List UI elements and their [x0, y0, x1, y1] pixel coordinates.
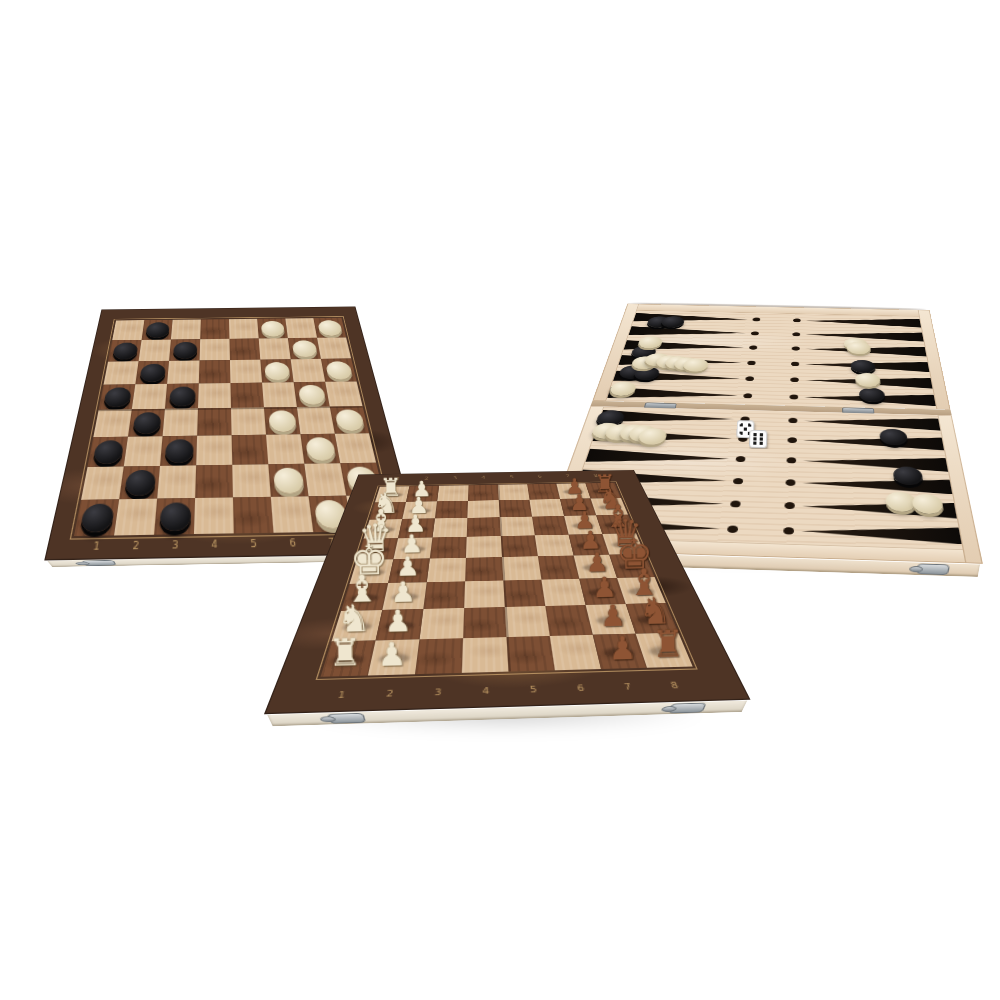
checkers-square: [232, 435, 269, 465]
checkers-square: [195, 465, 233, 498]
chess-piece-brown-pawn: ♟: [608, 632, 637, 665]
coord-label: 6: [577, 684, 585, 693]
chess-square: [527, 484, 560, 500]
checkers-square: [112, 320, 144, 340]
backgammon-point-dot: [789, 394, 798, 399]
backgammon-point-dot: [735, 456, 745, 462]
checker-cream: [325, 361, 353, 379]
chess-piece-white-pawn: ♟: [390, 578, 416, 607]
checkers-square: [231, 408, 266, 436]
chess-square: [432, 518, 467, 538]
backgammon-point: [804, 415, 941, 430]
checker-cream: [260, 321, 284, 337]
coords-strip: 12345678: [315, 680, 700, 702]
coord-label: 1: [337, 691, 346, 700]
backgammon-point-dot: [785, 479, 795, 486]
backgammon-checker-black: [879, 428, 908, 445]
chess-square: [464, 580, 505, 607]
chess-square: [462, 637, 509, 673]
backgammon-point-dot: [733, 478, 744, 485]
coord-label: 3: [434, 688, 442, 697]
checkers-square: [142, 320, 173, 340]
checkers-square: [87, 437, 127, 467]
backgammon-point-dot: [788, 418, 797, 424]
backgammon-point-dot: [790, 378, 799, 383]
backgammon-point-dot: [787, 437, 797, 443]
backgammon-point-dot: [747, 361, 756, 366]
backgammon-point-dot: [743, 393, 752, 398]
checkers-square: [268, 464, 308, 497]
checkers-square: [230, 383, 264, 408]
checkers-square: [169, 339, 200, 361]
checkers-square: [108, 340, 142, 362]
chess-piece-brown-pawn: ♟: [599, 601, 626, 631]
chess-square: [423, 581, 465, 609]
chess-square: [427, 558, 466, 582]
checker-black: [139, 363, 166, 381]
checkers-square: [199, 360, 231, 383]
checkers-square: [93, 409, 131, 437]
checkers-square: [104, 361, 139, 384]
backgammon-point: [802, 476, 952, 495]
checker-black: [132, 412, 161, 434]
checkers-square: [157, 465, 196, 498]
chess-square: [541, 579, 585, 606]
chess-square: [502, 556, 541, 580]
backgammon-point-dot: [730, 501, 741, 508]
backgammon-point-dot: [792, 347, 800, 351]
coord-label: 6: [537, 475, 542, 478]
chess-piece-white-rook: ♜: [328, 634, 363, 672]
chess-square: [507, 636, 555, 672]
coord-label: 4: [482, 687, 489, 696]
coord-label: 8: [670, 682, 680, 691]
checkers-square: [135, 361, 169, 384]
checker-cream: [317, 320, 343, 336]
die: [749, 429, 767, 448]
checkers-square: [167, 360, 199, 383]
backgammon-point-dot: [783, 527, 794, 535]
checker-black: [124, 469, 156, 495]
coord-label: 3: [453, 477, 457, 480]
backgammon-point-dot: [786, 457, 796, 463]
backgammon-point-dot: [792, 332, 800, 336]
coord-label: 6: [289, 539, 296, 549]
coord-label: 5: [530, 686, 538, 695]
chess-square: [499, 500, 532, 518]
chess-board-scene: 12345678 12345678 ♜♟♟♜♞♟♟♞♝♟♟♝♛♟♟♛♚♟♟♚♝♟…: [326, 381, 678, 733]
backgammon-checker-black: [851, 359, 876, 373]
chess-square: [550, 635, 601, 670]
chess-board-tilt: 12345678 12345678 ♜♟♟♜♞♟♟♞♝♟♟♝♛♟♟♛♚♟♟♚♝♟…: [264, 470, 751, 714]
chess-piece-white-pawn: ♟: [384, 606, 412, 637]
chess-square: ♜: [321, 640, 376, 676]
coord-label: 5: [509, 476, 513, 479]
backgammon-point: [801, 523, 962, 544]
checker-black: [164, 439, 193, 463]
checkers-square: [160, 436, 197, 466]
checkers-square: [259, 338, 291, 360]
checkers-square: [313, 318, 346, 338]
coord-label: 1: [92, 543, 100, 553]
checkers-square: [194, 497, 234, 534]
coord-label: 2: [386, 690, 394, 699]
checkers-square: [200, 319, 229, 339]
chess-square: ♟: [368, 639, 420, 675]
checkers-square: [229, 339, 260, 361]
checker-cream: [264, 362, 290, 380]
backgammon-latch: [916, 563, 950, 575]
backgammon-point-dot: [791, 362, 800, 367]
chess-square: [538, 555, 579, 579]
checker-black: [92, 440, 124, 464]
chess-square: [503, 580, 545, 607]
checkers-square: [163, 408, 198, 436]
checkers-square: [232, 464, 271, 497]
chess-square: [415, 638, 463, 674]
coord-label: 5: [250, 540, 257, 550]
product-photo-stage: 12345678: [0, 0, 1000, 1000]
backgammon-checker-light: [847, 341, 871, 354]
checkers-square: [124, 436, 163, 466]
backgammon-point: [803, 434, 944, 450]
checker-black: [112, 342, 138, 359]
checkers-square: [288, 338, 321, 360]
checkers-square: [200, 339, 230, 361]
backgammon-point-dot: [749, 346, 758, 350]
checkers-square: [260, 359, 293, 382]
backgammon-checker-black: [661, 316, 686, 328]
checkers-square: [81, 466, 124, 499]
checker-cream: [268, 410, 297, 432]
backgammon-point-dot: [745, 376, 754, 381]
chess-grid: ♜♟♟♜♞♟♟♞♝♟♟♝♛♟♟♛♚♟♟♚♝♟♟♝♞♟♟♞♜♟♟♜: [321, 483, 693, 677]
checkers-square: [291, 359, 326, 382]
checkers-square: [257, 319, 288, 339]
backgammon-point-dot: [752, 318, 760, 322]
backgammon-point-dot: [727, 525, 739, 533]
coord-label: 2: [132, 542, 139, 552]
checkers-square: [196, 435, 232, 465]
chess-piece-brown-rook: ♜: [651, 626, 685, 664]
checkers-latch: [81, 560, 116, 566]
chess-latch: [326, 713, 365, 724]
checkers-square: [230, 360, 262, 383]
backgammon-checker-light: [682, 358, 709, 372]
backgammon-point: [806, 317, 921, 328]
checkers-square: [139, 340, 171, 362]
backgammon-checker-light: [911, 494, 944, 515]
coord-label: 3: [172, 541, 179, 551]
backgammon-point: [803, 454, 948, 471]
checker-cream: [272, 467, 304, 493]
backgammon-point-dot: [751, 331, 759, 335]
checkers-square: [266, 434, 304, 464]
checkers-square: [264, 407, 300, 435]
chess-square: [435, 501, 468, 519]
checkers-square: [233, 497, 274, 534]
checkers-square: [321, 359, 357, 382]
coord-label: 4: [211, 541, 217, 551]
coord-label: 7: [623, 683, 632, 692]
chess-piece-white-pawn: ♟: [377, 638, 407, 671]
checkers-square: [119, 466, 160, 499]
coord-label: 4: [481, 476, 485, 479]
checkers-square: [197, 408, 231, 436]
checkers-square: [128, 409, 165, 437]
backgammon-point-dot: [793, 319, 801, 323]
chess-piece-brown-pawn: ♟: [592, 573, 617, 601]
chess-latch: [669, 703, 707, 714]
chess-square: ♜: [636, 633, 693, 668]
chess-grid-wrap: ♜♟♟♜♞♟♟♞♝♟♟♝♛♟♟♛♚♟♟♚♝♟♟♝♞♟♟♞♜♟♟♜: [321, 483, 693, 677]
backgammon-point-dot: [784, 502, 795, 509]
